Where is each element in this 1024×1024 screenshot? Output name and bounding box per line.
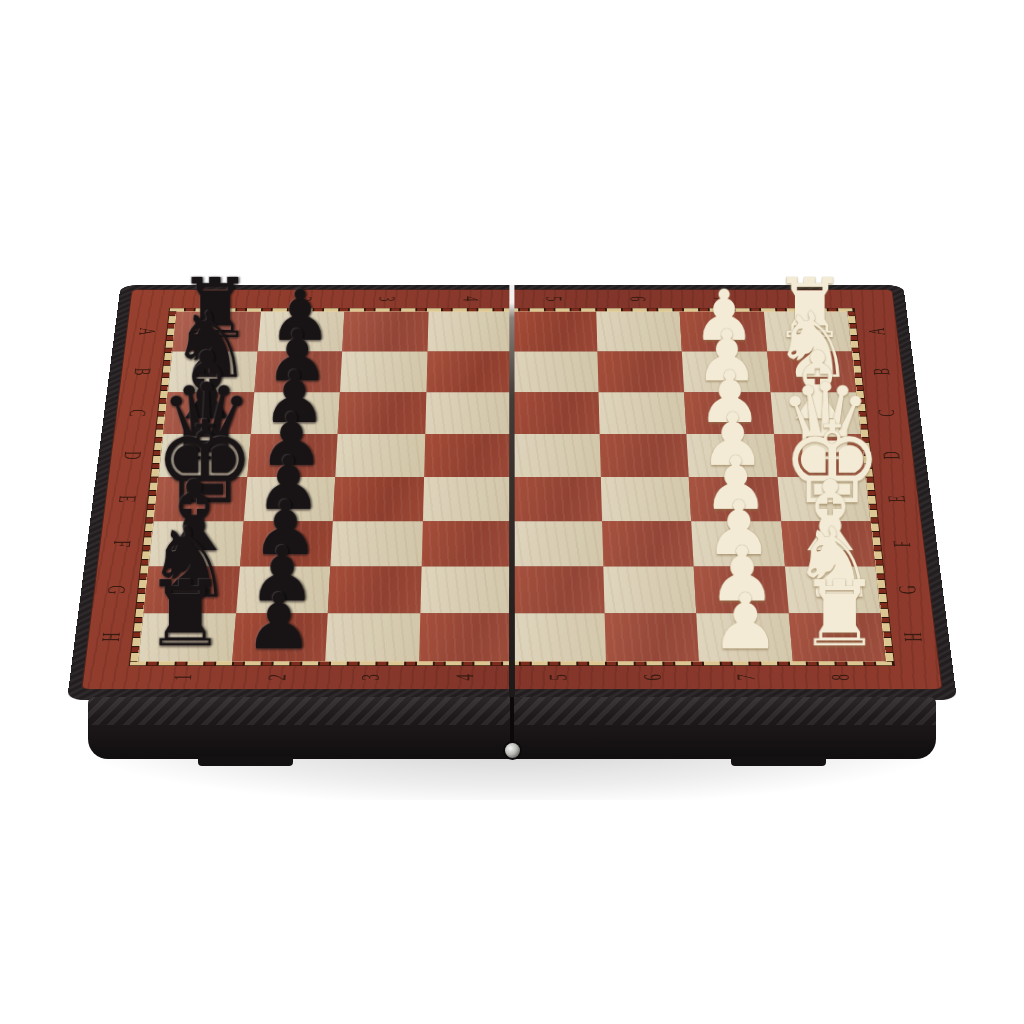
square-e3[interactable]	[333, 477, 424, 521]
square-g3[interactable]	[328, 567, 421, 614]
square-c6[interactable]	[598, 392, 686, 434]
rank-label-5: 5	[533, 279, 574, 318]
square-c3[interactable]	[338, 392, 426, 434]
file-label-e: E	[852, 488, 943, 510]
square-b6[interactable]	[597, 351, 684, 392]
case-side	[88, 697, 936, 759]
square-g5[interactable]	[512, 567, 604, 614]
file-label-f: F	[75, 533, 167, 555]
square-f5[interactable]	[512, 521, 603, 566]
rank-label-6: 6	[616, 279, 658, 318]
file-label-a: A	[104, 322, 190, 341]
square-b3[interactable]	[340, 351, 427, 392]
rank-label-2: 2	[253, 653, 302, 702]
file-label-h: H	[63, 625, 158, 648]
square-g4[interactable]	[420, 567, 512, 614]
rank-label-1: 1	[158, 653, 208, 702]
file-label-f: F	[856, 533, 948, 555]
black-pawn[interactable]: ♟	[232, 583, 325, 660]
rank-label-8: 8	[816, 653, 866, 702]
rank-label-4: 4	[450, 279, 491, 318]
square-b4[interactable]	[426, 351, 512, 392]
file-label-b: B	[838, 362, 925, 382]
square-e6[interactable]	[600, 477, 691, 521]
square-f6[interactable]	[602, 521, 694, 566]
square-b5[interactable]	[512, 351, 598, 392]
file-label-c: C	[843, 403, 932, 423]
rank-label-7: 7	[699, 279, 742, 318]
rank-label-8: 8	[782, 279, 826, 318]
rank-label-2: 2	[282, 279, 325, 318]
square-e4[interactable]	[422, 477, 512, 521]
file-label-h: H	[866, 625, 961, 648]
file-label-b: B	[98, 362, 185, 382]
file-label-c: C	[93, 403, 182, 423]
fold-hinge-gap	[509, 285, 515, 700]
rank-label-4: 4	[442, 653, 488, 702]
file-label-g: G	[861, 578, 955, 601]
square-g6[interactable]	[603, 567, 696, 614]
square-d3[interactable]	[335, 434, 425, 477]
square-c4[interactable]	[425, 392, 512, 434]
rank-label-1: 1	[198, 279, 242, 318]
chess-board: 12345678 12345678 ABCDEFGH ABCDEFGH ♜♟♟♜…	[67, 285, 957, 700]
file-label-e: E	[81, 488, 172, 510]
file-label-g: G	[69, 578, 163, 601]
rank-label-5: 5	[536, 653, 582, 702]
rank-label-7: 7	[722, 653, 771, 702]
product-photo-scene: 12345678 12345678 ABCDEFGH ABCDEFGH ♜♟♟♜…	[0, 0, 1024, 1024]
file-label-d: D	[847, 445, 937, 466]
square-f3[interactable]	[330, 521, 422, 566]
rank-label-3: 3	[347, 653, 395, 702]
hinge-pin	[505, 743, 520, 758]
square-d6[interactable]	[599, 434, 689, 477]
square-e5[interactable]	[512, 477, 602, 521]
square-d5[interactable]	[512, 434, 600, 477]
square-c5[interactable]	[512, 392, 599, 434]
file-label-a: A	[834, 322, 920, 341]
case-foot-left	[198, 757, 293, 766]
rank-label-6: 6	[629, 653, 677, 702]
file-label-d: D	[87, 445, 177, 466]
white-pawn[interactable]: ♟	[699, 583, 792, 660]
square-d4[interactable]	[424, 434, 512, 477]
rank-label-3: 3	[366, 279, 408, 318]
square-f4[interactable]	[421, 521, 512, 566]
case-foot-right	[731, 757, 826, 766]
